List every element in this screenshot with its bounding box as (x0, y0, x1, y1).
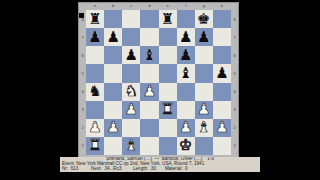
chess-board: ♜♜♚♟♟♟♟♟♝♟♝♟♞♞♟♟♜♟♟♟♟♝♟♜♝♚ (86, 10, 231, 155)
square-b5 (104, 64, 122, 82)
square-a8: ♜ (86, 10, 104, 28)
piece-white-knight: ♞ (125, 84, 138, 99)
square-f4 (177, 83, 195, 101)
file-labels-top: abcdefgh (86, 3, 231, 9)
square-b1 (104, 137, 122, 155)
square-f1: ♚ (177, 137, 195, 155)
square-b7: ♟ (104, 28, 122, 46)
square-h6 (213, 46, 231, 64)
square-e1 (159, 137, 177, 155)
square-e7 (159, 28, 177, 46)
square-c4: ♞ (122, 83, 140, 101)
square-h1 (213, 137, 231, 155)
square-f2: ♟ (177, 119, 195, 137)
rank-label-2: 2 (79, 119, 86, 137)
piece-black-pawn: ♟ (179, 47, 192, 62)
rank-label-5: 5 (231, 64, 238, 82)
square-e3: ♜ (159, 101, 177, 119)
piece-white-rook: ♜ (161, 102, 174, 117)
rank-labels-left: 87654321 (79, 10, 86, 155)
square-b6 (104, 46, 122, 64)
rank-label-2: 2 (231, 119, 238, 137)
piece-black-pawn: ♟ (125, 47, 138, 62)
square-g5 (195, 64, 213, 82)
square-c6: ♟ (122, 46, 140, 64)
square-d2 (140, 119, 158, 137)
square-h2: ♟ (213, 119, 231, 137)
piece-white-pawn: ♟ (125, 102, 138, 117)
rank-label-1: 1 (231, 137, 238, 155)
square-e5 (159, 64, 177, 82)
piece-black-bishop: ♝ (143, 47, 156, 62)
square-c8 (122, 10, 140, 28)
square-a5 (86, 64, 104, 82)
square-d3 (140, 101, 158, 119)
rank-label-7: 7 (79, 28, 86, 46)
square-e6 (159, 46, 177, 64)
piece-white-pawn: ♟ (106, 120, 119, 135)
piece-white-rook: ♜ (88, 138, 101, 153)
rank-label-5: 5 (79, 64, 86, 82)
piece-black-pawn: ♟ (88, 29, 101, 44)
square-d4: ♟ (140, 83, 158, 101)
piece-white-bishop: ♝ (197, 120, 210, 135)
piece-black-pawn: ♟ (215, 65, 228, 80)
square-f3 (177, 101, 195, 119)
board-frame: abcdefgh abcdefgh 87654321 87654321 ♜♜♚♟… (78, 2, 239, 159)
square-g7: ♟ (195, 28, 213, 46)
square-g6 (195, 46, 213, 64)
square-h7 (213, 28, 231, 46)
square-f7: ♟ (177, 28, 195, 46)
piece-black-knight: ♞ (88, 84, 101, 99)
piece-black-pawn: ♟ (197, 29, 210, 44)
rank-label-6: 6 (231, 46, 238, 64)
rank-label-3: 3 (231, 101, 238, 119)
piece-black-rook: ♜ (88, 11, 101, 26)
rank-label-3: 3 (79, 101, 86, 119)
rank-label-4: 4 (231, 83, 238, 101)
square-f6: ♟ (177, 46, 195, 64)
piece-white-pawn: ♟ (215, 120, 228, 135)
file-label-f: f (177, 3, 195, 9)
rank-label-7: 7 (231, 28, 238, 46)
piece-white-king: ♚ (179, 138, 192, 153)
square-g8: ♚ (195, 10, 213, 28)
square-h4 (213, 83, 231, 101)
square-a7: ♟ (86, 28, 104, 46)
file-label-d: d (140, 3, 158, 9)
piece-white-pawn: ♟ (179, 120, 192, 135)
rank-label-1: 1 (79, 137, 86, 155)
rank-label-8: 8 (231, 10, 238, 28)
square-a2: ♟ (86, 119, 104, 137)
piece-black-rook: ♜ (161, 11, 174, 26)
square-c2 (122, 119, 140, 137)
square-a6 (86, 46, 104, 64)
piece-white-bishop: ♝ (125, 138, 138, 153)
rank-label-8: 8 (79, 10, 86, 28)
piece-black-king: ♚ (197, 11, 210, 26)
square-g2: ♝ (195, 119, 213, 137)
square-h3 (213, 101, 231, 119)
square-b8 (104, 10, 122, 28)
square-d6: ♝ (140, 46, 158, 64)
square-d7 (140, 28, 158, 46)
file-label-c: c (122, 3, 140, 9)
square-b2: ♟ (104, 119, 122, 137)
square-b4 (104, 83, 122, 101)
square-c1: ♝ (122, 137, 140, 155)
square-e8: ♜ (159, 10, 177, 28)
square-d5 (140, 64, 158, 82)
square-f5: ♝ (177, 64, 195, 82)
square-f8 (177, 10, 195, 28)
square-g3: ♟ (195, 101, 213, 119)
piece-black-pawn: ♟ (179, 29, 192, 44)
square-e4 (159, 83, 177, 101)
square-a3 (86, 101, 104, 119)
square-c3: ♟ (122, 101, 140, 119)
piece-white-pawn: ♟ (143, 84, 156, 99)
square-a1: ♜ (86, 137, 104, 155)
caption-bar: Sherland, Samuel (....) — Bartlock, Oliv… (60, 157, 260, 172)
file-label-g: g (195, 3, 213, 9)
square-h8 (213, 10, 231, 28)
square-d8 (140, 10, 158, 28)
square-c5 (122, 64, 140, 82)
square-b3 (104, 101, 122, 119)
stats-line: Nr: 613 Next: 34...Rc3 Length: 30 Materi… (60, 167, 260, 172)
piece-black-pawn: ♟ (106, 29, 119, 44)
rank-labels-right: 87654321 (231, 10, 238, 155)
piece-white-pawn: ♟ (88, 120, 101, 135)
square-g4 (195, 83, 213, 101)
video-frame: abcdefgh abcdefgh 87654321 87654321 ♜♜♚♟… (0, 0, 320, 180)
piece-white-pawn: ♟ (197, 102, 210, 117)
rank-label-4: 4 (79, 83, 86, 101)
file-label-e: e (159, 3, 177, 9)
file-label-a: a (86, 3, 104, 9)
square-e2 (159, 119, 177, 137)
rank-label-6: 6 (79, 46, 86, 64)
square-a4: ♞ (86, 83, 104, 101)
square-g1 (195, 137, 213, 155)
piece-black-bishop: ♝ (179, 65, 192, 80)
file-label-b: b (104, 3, 122, 9)
file-label-h: h (213, 3, 231, 9)
square-c7 (122, 28, 140, 46)
square-h5: ♟ (213, 64, 231, 82)
square-d1 (140, 137, 158, 155)
